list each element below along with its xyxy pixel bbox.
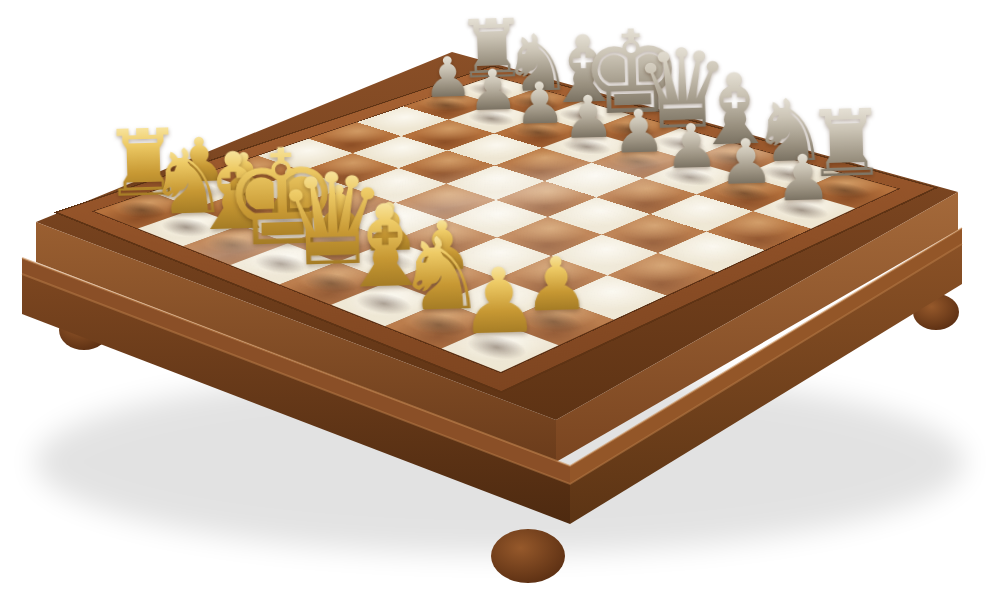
chess-board: ♜♞♝♚♛♝♞♜♟♟♟♟♟♟♟♟♟♟♟♟♟♟♟♜♞♝♚♛♝♞♟ [58, 67, 934, 391]
piece-silver-pawn: ♟ [611, 101, 666, 162]
piece-silver-pawn: ♟ [561, 87, 615, 147]
board-grid: ♜♞♝♚♛♝♞♜♟♟♟♟♟♟♟♟♟♟♟♟♟♟♟♜♞♝♚♛♝♞♟ [95, 76, 898, 372]
piece-silver-pawn: ♟ [663, 115, 719, 177]
perspective-scene: ♜♞♝♚♛♝♞♜♟♟♟♟♟♟♟♟♟♟♟♟♟♟♟♜♞♝♚♛♝♞♟ [0, 0, 1000, 607]
chess-set-photo: ♜♞♝♚♛♝♞♜♟♟♟♟♟♟♟♟♟♟♟♟♟♟♟♜♞♝♚♛♝♞♟ [0, 0, 1000, 607]
piece-silver-pawn: ♟ [717, 130, 774, 194]
piece-brass-pawn: ♟ [457, 255, 541, 348]
board-tilt-wrapper: ♜♞♝♚♛♝♞♜♟♟♟♟♟♟♟♟♟♟♟♟♟♟♟♜♞♝♚♛♝♞♟ [0, 0, 1000, 607]
piece-silver-pawn: ♟ [513, 74, 566, 133]
piece-silver-pawn: ♟ [774, 146, 832, 211]
piece-silver-pawn: ♟ [467, 61, 519, 119]
piece-silver-pawn: ♟ [422, 49, 473, 106]
